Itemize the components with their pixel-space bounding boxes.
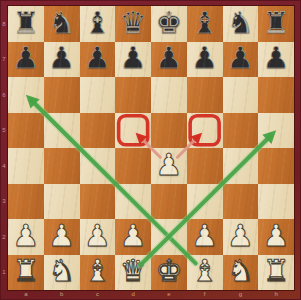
piece-black-rook-h8[interactable]: ♜ (263, 8, 290, 38)
piece-white-pawn-b2[interactable]: ♟ (48, 221, 75, 251)
file-label-f: f (187, 290, 223, 300)
square-e5[interactable] (151, 113, 187, 149)
square-g1[interactable]: ♞ (223, 255, 259, 291)
chess-diagram: ♜♞♝♛♚♝♞♜♟♟♟♟♟♟♟♟♟♟♟♟♟♟♟♟♜♞♝♛♚♝♞♜ abcdefg… (0, 0, 301, 300)
square-f1[interactable]: ♝ (187, 255, 223, 291)
piece-white-pawn-d2[interactable]: ♟ (120, 221, 147, 251)
square-d5[interactable] (115, 113, 151, 149)
square-d7[interactable]: ♟ (115, 42, 151, 78)
piece-white-queen-d1[interactable]: ♛ (120, 256, 147, 286)
square-h5[interactable] (258, 113, 294, 149)
square-a3[interactable] (8, 184, 44, 220)
square-g6[interactable] (223, 77, 259, 113)
square-b3[interactable] (44, 184, 80, 220)
square-h6[interactable] (258, 77, 294, 113)
square-a7[interactable]: ♟ (8, 42, 44, 78)
square-d2[interactable]: ♟ (115, 219, 151, 255)
piece-white-bishop-c1[interactable]: ♝ (84, 256, 111, 286)
file-label-c: c (80, 290, 116, 300)
piece-white-pawn-c2[interactable]: ♟ (84, 221, 111, 251)
square-d8[interactable]: ♛ (115, 6, 151, 42)
square-f6[interactable] (187, 77, 223, 113)
piece-black-pawn-f7[interactable]: ♟ (191, 43, 218, 73)
piece-black-bishop-f8[interactable]: ♝ (191, 8, 218, 38)
rank-label-8: 8 (0, 21, 8, 27)
piece-black-bishop-c8[interactable]: ♝ (84, 8, 111, 38)
square-a5[interactable] (8, 113, 44, 149)
square-f2[interactable]: ♟ (187, 219, 223, 255)
square-f5[interactable] (187, 113, 223, 149)
square-c8[interactable]: ♝ (80, 6, 116, 42)
rank-label-1: 1 (0, 269, 8, 275)
square-b8[interactable]: ♞ (44, 6, 80, 42)
square-h7[interactable]: ♟ (258, 42, 294, 78)
square-e1[interactable]: ♚ (151, 255, 187, 291)
piece-white-rook-a1[interactable]: ♜ (12, 256, 39, 286)
piece-black-pawn-g7[interactable]: ♟ (227, 43, 254, 73)
square-h4[interactable] (258, 148, 294, 184)
square-e7[interactable]: ♟ (151, 42, 187, 78)
square-d3[interactable] (115, 184, 151, 220)
square-h8[interactable]: ♜ (258, 6, 294, 42)
square-e3[interactable] (151, 184, 187, 220)
piece-white-pawn-f2[interactable]: ♟ (191, 221, 218, 251)
piece-black-rook-a8[interactable]: ♜ (12, 8, 39, 38)
square-b2[interactable]: ♟ (44, 219, 80, 255)
chess-board: ♜♞♝♛♚♝♞♜♟♟♟♟♟♟♟♟♟♟♟♟♟♟♟♟♜♞♝♛♚♝♞♜ (8, 6, 294, 290)
piece-white-knight-g1[interactable]: ♞ (227, 256, 254, 286)
square-d4[interactable] (115, 148, 151, 184)
piece-black-pawn-b7[interactable]: ♟ (48, 43, 75, 73)
square-h2[interactable]: ♟ (258, 219, 294, 255)
file-label-g: g (223, 290, 259, 300)
piece-black-pawn-e7[interactable]: ♟ (155, 43, 182, 73)
square-a1[interactable]: ♜ (8, 255, 44, 291)
piece-white-pawn-a2[interactable]: ♟ (12, 221, 39, 251)
square-h1[interactable]: ♜ (258, 255, 294, 291)
file-label-d: d (115, 290, 151, 300)
piece-white-knight-b1[interactable]: ♞ (48, 256, 75, 286)
piece-black-pawn-d7[interactable]: ♟ (120, 43, 147, 73)
square-c1[interactable]: ♝ (80, 255, 116, 291)
piece-black-pawn-c7[interactable]: ♟ (84, 43, 111, 73)
piece-black-knight-g8[interactable]: ♞ (227, 8, 254, 38)
piece-black-knight-b8[interactable]: ♞ (48, 8, 75, 38)
square-c3[interactable] (80, 184, 116, 220)
piece-white-king-e1[interactable]: ♚ (155, 256, 182, 286)
rank-label-5: 5 (0, 127, 8, 133)
square-c7[interactable]: ♟ (80, 42, 116, 78)
square-f4[interactable] (187, 148, 223, 184)
square-b1[interactable]: ♞ (44, 255, 80, 291)
piece-black-pawn-h7[interactable]: ♟ (263, 43, 290, 73)
square-c5[interactable] (80, 113, 116, 149)
rank-label-3: 3 (0, 198, 8, 204)
rank-label-6: 6 (0, 92, 8, 98)
square-f3[interactable] (187, 184, 223, 220)
square-h3[interactable] (258, 184, 294, 220)
square-g5[interactable] (223, 113, 259, 149)
square-b5[interactable] (44, 113, 80, 149)
piece-white-rook-h1[interactable]: ♜ (263, 256, 290, 286)
file-label-a: a (8, 290, 44, 300)
square-d1[interactable]: ♛ (115, 255, 151, 291)
square-g8[interactable]: ♞ (223, 6, 259, 42)
piece-white-bishop-f1[interactable]: ♝ (191, 256, 218, 286)
rank-label-2: 2 (0, 234, 8, 240)
file-label-h: h (258, 290, 294, 300)
square-a6[interactable] (8, 77, 44, 113)
piece-white-pawn-h2[interactable]: ♟ (263, 221, 290, 251)
square-e6[interactable] (151, 77, 187, 113)
square-e2[interactable] (151, 219, 187, 255)
square-c4[interactable] (80, 148, 116, 184)
square-g3[interactable] (223, 184, 259, 220)
square-e8[interactable]: ♚ (151, 6, 187, 42)
file-label-e: e (151, 290, 187, 300)
square-b7[interactable]: ♟ (44, 42, 80, 78)
square-a2[interactable]: ♟ (8, 219, 44, 255)
square-f7[interactable]: ♟ (187, 42, 223, 78)
piece-black-king-e8[interactable]: ♚ (155, 8, 182, 38)
square-d6[interactable] (115, 77, 151, 113)
square-g7[interactable]: ♟ (223, 42, 259, 78)
square-g4[interactable] (223, 148, 259, 184)
square-g2[interactable]: ♟ (223, 219, 259, 255)
rank-label-4: 4 (0, 163, 8, 169)
square-c6[interactable] (80, 77, 116, 113)
rank-label-7: 7 (0, 56, 8, 62)
square-b6[interactable] (44, 77, 80, 113)
square-e4[interactable]: ♟ (151, 148, 187, 184)
piece-white-pawn-e4[interactable]: ♟ (155, 150, 182, 180)
piece-black-queen-d8[interactable]: ♛ (120, 8, 147, 38)
square-f8[interactable]: ♝ (187, 6, 223, 42)
piece-white-pawn-g2[interactable]: ♟ (227, 221, 254, 251)
square-c2[interactable]: ♟ (80, 219, 116, 255)
square-b4[interactable] (44, 148, 80, 184)
square-a4[interactable] (8, 148, 44, 184)
file-label-b: b (44, 290, 80, 300)
piece-black-pawn-a7[interactable]: ♟ (12, 43, 39, 73)
square-a8[interactable]: ♜ (8, 6, 44, 42)
